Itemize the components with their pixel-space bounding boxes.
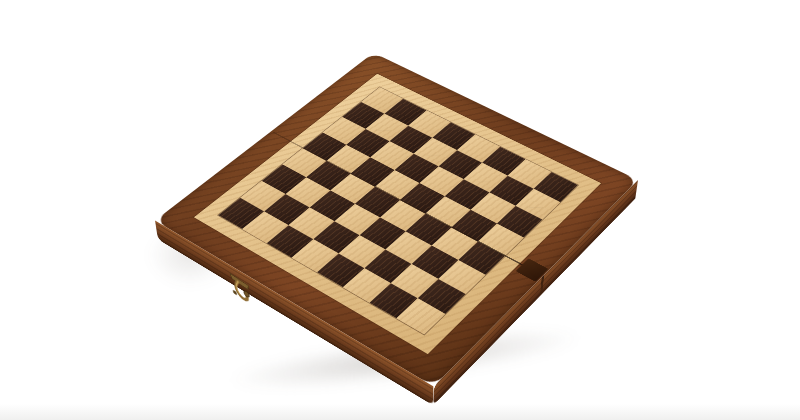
photo-scene: ♜♞♝♛♚♝♞♜♟♟♟♟♟♟♟♟♟♟♟♟♟♟♟♟♜♞♝♛♚♝♞♜ xyxy=(0,0,800,420)
chess-board: ♜♞♝♛♚♝♞♜♟♟♟♟♟♟♟♟♟♟♟♟♟♟♟♟♜♞♝♛♚♝♞♜ xyxy=(155,53,638,387)
perspective-wrapper: ♜♞♝♛♚♝♞♜♟♟♟♟♟♟♟♟♟♟♟♟♟♟♟♟♜♞♝♛♚♝♞♜ xyxy=(228,28,572,372)
square-e5[interactable] xyxy=(400,183,445,214)
fold-seam-edge xyxy=(540,275,544,296)
square-d6[interactable] xyxy=(395,154,439,183)
background-smudge xyxy=(0,404,800,420)
board-top-face: ♜♞♝♛♚♝♞♜♟♟♟♟♟♟♟♟♟♟♟♟♟♟♟♟♜♞♝♛♚♝♞♜ xyxy=(155,53,638,387)
